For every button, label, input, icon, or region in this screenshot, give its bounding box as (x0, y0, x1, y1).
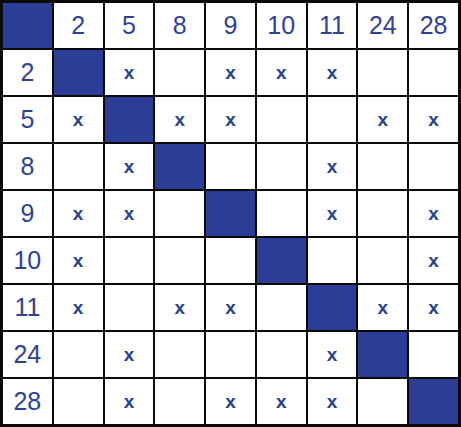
corner-cell (3, 3, 52, 48)
cell-8-5-marked[interactable]: x (105, 144, 154, 189)
cell-10-8-empty[interactable] (155, 238, 204, 283)
cell-5-10-empty[interactable] (257, 97, 306, 142)
cell-11-5-empty[interactable] (105, 285, 154, 330)
row-header-8: 8 (3, 144, 52, 189)
cell-2-24-empty[interactable] (358, 50, 407, 95)
diagonal-cell-10 (257, 238, 306, 283)
diagonal-cell-5 (105, 97, 154, 142)
col-header-11: 11 (308, 3, 357, 48)
cell-24-8-empty[interactable] (155, 332, 204, 377)
cell-24-9-empty[interactable] (206, 332, 255, 377)
cell-8-11-marked[interactable]: x (308, 144, 357, 189)
cell-5-24-marked[interactable]: x (358, 97, 407, 142)
cell-8-2-empty[interactable] (54, 144, 103, 189)
cell-11-8-marked[interactable]: x (155, 285, 204, 330)
diagonal-cell-2 (54, 50, 103, 95)
cell-24-10-empty[interactable] (257, 332, 306, 377)
cell-5-11-empty[interactable] (308, 97, 357, 142)
cell-9-2-marked[interactable]: x (54, 191, 103, 236)
cell-5-2-marked[interactable]: x (54, 97, 103, 142)
col-header-9: 9 (206, 3, 255, 48)
cell-5-28-marked[interactable]: x (409, 97, 458, 142)
col-header-24: 24 (358, 3, 407, 48)
cell-10-11-empty[interactable] (308, 238, 357, 283)
cell-8-24-empty[interactable] (358, 144, 407, 189)
cell-5-8-marked[interactable]: x (155, 97, 204, 142)
cell-9-11-marked[interactable]: x (308, 191, 357, 236)
relation-grid: 2589101124282xxxx5xxxxx8xx9xxxx10xx11xxx… (3, 3, 458, 424)
cell-24-11-marked[interactable]: x (308, 332, 357, 377)
row-header-28: 28 (3, 379, 52, 424)
col-header-2: 2 (54, 3, 103, 48)
cell-24-2-empty[interactable] (54, 332, 103, 377)
cell-9-28-marked[interactable]: x (409, 191, 458, 236)
cell-2-11-marked[interactable]: x (308, 50, 357, 95)
cell-11-28-marked[interactable]: x (409, 285, 458, 330)
row-header-24: 24 (3, 332, 52, 377)
cell-2-28-empty[interactable] (409, 50, 458, 95)
row-header-5: 5 (3, 97, 52, 142)
cell-8-28-empty[interactable] (409, 144, 458, 189)
diagonal-cell-11 (308, 285, 357, 330)
diagonal-cell-8 (155, 144, 204, 189)
cell-28-24-empty[interactable] (358, 379, 407, 424)
cell-28-8-empty[interactable] (155, 379, 204, 424)
cell-24-5-marked[interactable]: x (105, 332, 154, 377)
cell-11-9-marked[interactable]: x (206, 285, 255, 330)
col-header-5: 5 (105, 3, 154, 48)
row-header-2: 2 (3, 50, 52, 95)
cell-11-10-empty[interactable] (257, 285, 306, 330)
diagonal-cell-9 (206, 191, 255, 236)
cell-28-9-marked[interactable]: x (206, 379, 255, 424)
cell-9-5-marked[interactable]: x (105, 191, 154, 236)
cell-10-28-marked[interactable]: x (409, 238, 458, 283)
cell-5-9-marked[interactable]: x (206, 97, 255, 142)
row-header-10: 10 (3, 238, 52, 283)
cell-28-10-marked[interactable]: x (257, 379, 306, 424)
cell-9-10-empty[interactable] (257, 191, 306, 236)
cell-2-5-marked[interactable]: x (105, 50, 154, 95)
cell-2-10-marked[interactable]: x (257, 50, 306, 95)
cell-10-5-empty[interactable] (105, 238, 154, 283)
diagonal-cell-28 (409, 379, 458, 424)
diagonal-cell-24 (358, 332, 407, 377)
cell-10-9-empty[interactable] (206, 238, 255, 283)
col-header-28: 28 (409, 3, 458, 48)
row-header-11: 11 (3, 285, 52, 330)
cell-10-2-marked[interactable]: x (54, 238, 103, 283)
cell-10-24-empty[interactable] (358, 238, 407, 283)
col-header-10: 10 (257, 3, 306, 48)
cell-8-9-empty[interactable] (206, 144, 255, 189)
cell-8-10-empty[interactable] (257, 144, 306, 189)
cell-2-9-marked[interactable]: x (206, 50, 255, 95)
cell-9-24-empty[interactable] (358, 191, 407, 236)
row-header-9: 9 (3, 191, 52, 236)
cell-24-28-empty[interactable] (409, 332, 458, 377)
col-header-8: 8 (155, 3, 204, 48)
cell-11-24-marked[interactable]: x (358, 285, 407, 330)
cell-28-11-marked[interactable]: x (308, 379, 357, 424)
cell-9-8-empty[interactable] (155, 191, 204, 236)
cell-28-2-empty[interactable] (54, 379, 103, 424)
matrix-frame: 2589101124282xxxx5xxxxx8xx9xxxx10xx11xxx… (0, 0, 461, 427)
cell-11-2-marked[interactable]: x (54, 285, 103, 330)
cell-2-8-empty[interactable] (155, 50, 204, 95)
cell-28-5-marked[interactable]: x (105, 379, 154, 424)
